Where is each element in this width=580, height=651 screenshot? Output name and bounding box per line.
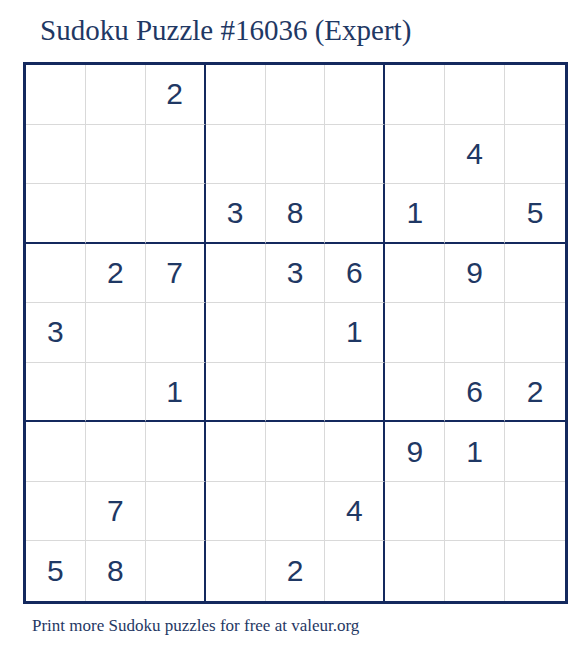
cell-r2c8: 4 xyxy=(445,125,505,185)
cell-r4c1 xyxy=(26,244,86,304)
cell-r1c3: 2 xyxy=(146,65,206,125)
cell-r3c6 xyxy=(325,184,385,244)
cell-r5c2 xyxy=(86,303,146,363)
cell-r7c1 xyxy=(26,422,86,482)
cell-r3c2 xyxy=(86,184,146,244)
cell-r1c7 xyxy=(385,65,445,125)
cell-r9c6 xyxy=(325,541,385,601)
cell-r7c6 xyxy=(325,422,385,482)
sudoku-page: Sudoku Puzzle #16036 (Expert) 2438152736… xyxy=(0,0,580,651)
cell-r9c8 xyxy=(445,541,505,601)
cell-r2c7 xyxy=(385,125,445,185)
cell-r1c8 xyxy=(445,65,505,125)
cell-r3c1 xyxy=(26,184,86,244)
cell-r8c6: 4 xyxy=(325,482,385,542)
cell-r2c4 xyxy=(206,125,266,185)
cell-r6c9: 2 xyxy=(505,363,565,423)
cell-r4c3: 7 xyxy=(146,244,206,304)
cell-r8c5 xyxy=(266,482,326,542)
cell-r2c2 xyxy=(86,125,146,185)
cell-r5c7 xyxy=(385,303,445,363)
cell-r2c3 xyxy=(146,125,206,185)
cell-r8c7 xyxy=(385,482,445,542)
cell-r8c4 xyxy=(206,482,266,542)
cell-r3c4: 3 xyxy=(206,184,266,244)
footer-text: Print more Sudoku puzzles for free at va… xyxy=(32,616,359,636)
cell-r7c2 xyxy=(86,422,146,482)
sudoku-board: 24381527369311629174582 xyxy=(23,62,568,604)
cell-r1c5 xyxy=(266,65,326,125)
cell-r6c5 xyxy=(266,363,326,423)
cell-r2c1 xyxy=(26,125,86,185)
cell-r3c9: 5 xyxy=(505,184,565,244)
cell-r7c7: 9 xyxy=(385,422,445,482)
cell-r4c2: 2 xyxy=(86,244,146,304)
cell-r6c3: 1 xyxy=(146,363,206,423)
cell-r7c8: 1 xyxy=(445,422,505,482)
cell-r5c9 xyxy=(505,303,565,363)
cell-r6c4 xyxy=(206,363,266,423)
cell-r5c4 xyxy=(206,303,266,363)
cell-r6c7 xyxy=(385,363,445,423)
cell-r4c9 xyxy=(505,244,565,304)
cell-r5c5 xyxy=(266,303,326,363)
cell-r1c9 xyxy=(505,65,565,125)
cell-r4c8: 9 xyxy=(445,244,505,304)
cell-r7c3 xyxy=(146,422,206,482)
cell-r9c5: 2 xyxy=(266,541,326,601)
cell-r2c6 xyxy=(325,125,385,185)
cell-r8c9 xyxy=(505,482,565,542)
cell-r9c2: 8 xyxy=(86,541,146,601)
cell-r6c8: 6 xyxy=(445,363,505,423)
cell-r8c1 xyxy=(26,482,86,542)
cell-r5c8 xyxy=(445,303,505,363)
cell-r1c4 xyxy=(206,65,266,125)
cell-r9c7 xyxy=(385,541,445,601)
cell-r2c9 xyxy=(505,125,565,185)
cell-r7c4 xyxy=(206,422,266,482)
cell-r4c6: 6 xyxy=(325,244,385,304)
cell-r8c8 xyxy=(445,482,505,542)
cell-r3c5: 8 xyxy=(266,184,326,244)
cell-r9c3 xyxy=(146,541,206,601)
cell-r7c9 xyxy=(505,422,565,482)
cell-r6c1 xyxy=(26,363,86,423)
cell-r8c3 xyxy=(146,482,206,542)
cell-r6c2 xyxy=(86,363,146,423)
cell-r5c6: 1 xyxy=(325,303,385,363)
cell-r5c1: 3 xyxy=(26,303,86,363)
cell-r6c6 xyxy=(325,363,385,423)
cell-r9c9 xyxy=(505,541,565,601)
cell-r4c7 xyxy=(385,244,445,304)
cell-r1c1 xyxy=(26,65,86,125)
cell-r9c4 xyxy=(206,541,266,601)
cell-r8c2: 7 xyxy=(86,482,146,542)
cell-r1c2 xyxy=(86,65,146,125)
cell-r5c3 xyxy=(146,303,206,363)
cell-r4c5: 3 xyxy=(266,244,326,304)
puzzle-title: Sudoku Puzzle #16036 (Expert) xyxy=(40,14,411,47)
cell-r7c5 xyxy=(266,422,326,482)
cell-r2c5 xyxy=(266,125,326,185)
cell-r3c3 xyxy=(146,184,206,244)
cell-r3c8 xyxy=(445,184,505,244)
cell-r9c1: 5 xyxy=(26,541,86,601)
cell-r1c6 xyxy=(325,65,385,125)
cell-r3c7: 1 xyxy=(385,184,445,244)
cell-r4c4 xyxy=(206,244,266,304)
